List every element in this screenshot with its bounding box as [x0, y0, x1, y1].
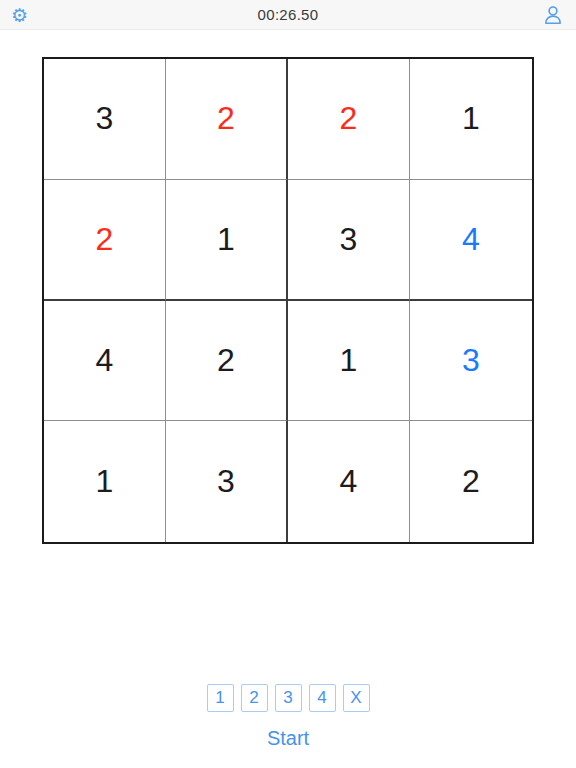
keypad-button-2[interactable]: 2: [241, 684, 268, 712]
keypad-button-1[interactable]: 1: [207, 684, 234, 712]
cell-r3c1[interactable]: 4: [44, 301, 166, 422]
cell-r2c2[interactable]: 1: [166, 180, 288, 301]
cell-r4c4[interactable]: 2: [410, 421, 532, 542]
number-keypad: 1234X: [0, 684, 576, 712]
cell-r3c3[interactable]: 1: [288, 301, 410, 422]
cell-r4c2[interactable]: 3: [166, 421, 288, 542]
cell-r3c4[interactable]: 3: [410, 301, 532, 422]
cell-r4c3[interactable]: 4: [288, 421, 410, 542]
cell-r1c4[interactable]: 1: [410, 59, 532, 180]
user-profile-icon[interactable]: [542, 4, 564, 26]
keypad-button-4[interactable]: 4: [309, 684, 336, 712]
cell-r1c3[interactable]: 2: [288, 59, 410, 180]
footer: Start: [0, 727, 576, 750]
cell-r2c1[interactable]: 2: [44, 180, 166, 301]
cell-r4c1[interactable]: 1: [44, 421, 166, 542]
timer-display: 00:26.50: [0, 6, 576, 23]
start-button[interactable]: Start: [267, 727, 309, 750]
cell-r1c1[interactable]: 3: [44, 59, 166, 180]
cell-r3c2[interactable]: 2: [166, 301, 288, 422]
cell-r1c2[interactable]: 2: [166, 59, 288, 180]
sudoku-board: 3221213442131342: [42, 57, 534, 544]
keypad-button-3[interactable]: 3: [275, 684, 302, 712]
settings-gear-icon[interactable]: ⚙: [11, 3, 28, 27]
person-icon: [542, 4, 564, 26]
top-bar: ⚙ 00:26.50: [0, 0, 576, 30]
keypad-button-x[interactable]: X: [343, 684, 370, 712]
cell-r2c4[interactable]: 4: [410, 180, 532, 301]
cell-r2c3[interactable]: 3: [288, 180, 410, 301]
